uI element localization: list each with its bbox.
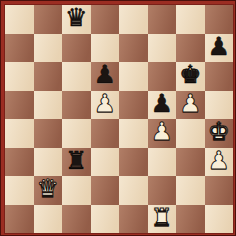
square-c2[interactable] <box>62 176 91 205</box>
white-pawn-g5[interactable]: ♟ <box>179 90 201 119</box>
square-d1[interactable] <box>91 205 120 234</box>
square-g6[interactable]: ♚ <box>176 62 205 91</box>
square-b4[interactable] <box>34 119 63 148</box>
square-g7[interactable] <box>176 34 205 63</box>
black-rook-c3[interactable]: ♜ <box>65 147 87 176</box>
square-d3[interactable] <box>91 148 120 177</box>
square-c3[interactable]: ♜ <box>62 148 91 177</box>
square-b2[interactable]: ♛ <box>34 176 63 205</box>
square-e5[interactable] <box>119 91 148 120</box>
square-a1[interactable] <box>5 205 34 234</box>
square-d5[interactable]: ♟ <box>91 91 120 120</box>
square-h5[interactable] <box>205 91 234 120</box>
square-d4[interactable] <box>91 119 120 148</box>
square-g8[interactable] <box>176 5 205 34</box>
square-f7[interactable] <box>148 34 177 63</box>
black-pawn-h7[interactable]: ♟ <box>208 33 230 62</box>
black-queen-c8[interactable]: ♛ <box>65 4 87 33</box>
square-e8[interactable] <box>119 5 148 34</box>
square-e3[interactable] <box>119 148 148 177</box>
square-c1[interactable] <box>62 205 91 234</box>
white-queen-b2[interactable]: ♛ <box>37 175 59 204</box>
square-a8[interactable] <box>5 5 34 34</box>
square-a7[interactable] <box>5 34 34 63</box>
square-b1[interactable] <box>34 205 63 234</box>
square-h1[interactable] <box>205 205 234 234</box>
square-c5[interactable] <box>62 91 91 120</box>
square-h7[interactable]: ♟ <box>205 34 234 63</box>
square-e6[interactable] <box>119 62 148 91</box>
square-d2[interactable] <box>91 176 120 205</box>
square-f8[interactable] <box>148 5 177 34</box>
square-c7[interactable] <box>62 34 91 63</box>
square-f2[interactable] <box>148 176 177 205</box>
square-a2[interactable] <box>5 176 34 205</box>
square-h8[interactable] <box>205 5 234 34</box>
chess-board: ♛♟♟♚♟♟♟♟♚♜♟♛♜ <box>5 5 233 233</box>
square-d6[interactable]: ♟ <box>91 62 120 91</box>
square-h6[interactable] <box>205 62 234 91</box>
square-g4[interactable] <box>176 119 205 148</box>
square-f3[interactable] <box>148 148 177 177</box>
square-h2[interactable] <box>205 176 234 205</box>
square-a6[interactable] <box>5 62 34 91</box>
square-b3[interactable] <box>34 148 63 177</box>
white-pawn-d5[interactable]: ♟ <box>94 90 116 119</box>
square-f6[interactable] <box>148 62 177 91</box>
square-b7[interactable] <box>34 34 63 63</box>
board-frame: ♛♟♟♚♟♟♟♟♚♜♟♛♜ <box>0 0 236 236</box>
square-g1[interactable] <box>176 205 205 234</box>
black-pawn-f5[interactable]: ♟ <box>151 90 173 119</box>
square-e1[interactable] <box>119 205 148 234</box>
square-h3[interactable]: ♟ <box>205 148 234 177</box>
square-f5[interactable]: ♟ <box>148 91 177 120</box>
square-g2[interactable] <box>176 176 205 205</box>
square-b5[interactable] <box>34 91 63 120</box>
white-pawn-h3[interactable]: ♟ <box>208 147 230 176</box>
square-d8[interactable] <box>91 5 120 34</box>
square-b6[interactable] <box>34 62 63 91</box>
square-f4[interactable]: ♟ <box>148 119 177 148</box>
square-b8[interactable] <box>34 5 63 34</box>
square-g5[interactable]: ♟ <box>176 91 205 120</box>
white-pawn-f4[interactable]: ♟ <box>151 118 173 147</box>
square-e7[interactable] <box>119 34 148 63</box>
square-a5[interactable] <box>5 91 34 120</box>
square-c6[interactable] <box>62 62 91 91</box>
square-e4[interactable] <box>119 119 148 148</box>
square-e2[interactable] <box>119 176 148 205</box>
black-pawn-d6[interactable]: ♟ <box>94 61 116 90</box>
square-d7[interactable] <box>91 34 120 63</box>
square-f1[interactable]: ♜ <box>148 205 177 234</box>
square-c8[interactable]: ♛ <box>62 5 91 34</box>
square-g3[interactable] <box>176 148 205 177</box>
square-a3[interactable] <box>5 148 34 177</box>
square-h4[interactable]: ♚ <box>205 119 234 148</box>
black-king-g6[interactable]: ♚ <box>179 61 201 90</box>
square-c4[interactable] <box>62 119 91 148</box>
square-a4[interactable] <box>5 119 34 148</box>
white-king-h4[interactable]: ♚ <box>208 118 230 147</box>
white-rook-f1[interactable]: ♜ <box>151 204 173 233</box>
